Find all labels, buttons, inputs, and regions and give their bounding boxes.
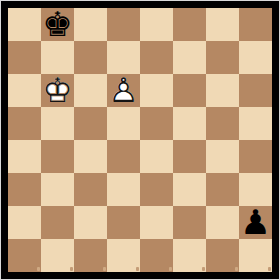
file-mark-d [136,267,139,271]
square-g5[interactable] [206,107,239,140]
square-d7[interactable] [107,41,140,74]
white-king[interactable]: ♚♔ [41,74,74,107]
square-d8[interactable] [107,8,140,41]
square-f5[interactable] [173,107,206,140]
square-h3[interactable] [239,173,272,206]
square-b8[interactable]: ♚ [41,8,74,41]
square-a6[interactable] [8,74,41,107]
square-g2[interactable] [206,206,239,239]
square-h2[interactable]: ♟ [239,206,272,239]
black-pawn-glyph: ♟ [239,206,272,239]
square-a3[interactable] [8,173,41,206]
square-c8[interactable] [74,8,107,41]
white-pawn-glyph: ♙ [107,74,140,107]
square-g1[interactable] [206,239,239,272]
white-king-glyph: ♔ [41,74,74,107]
square-b1[interactable] [41,239,74,272]
square-d6[interactable]: ♟♙ [107,74,140,107]
square-c4[interactable] [74,140,107,173]
square-h6[interactable] [239,74,272,107]
square-e6[interactable] [140,74,173,107]
square-c7[interactable] [74,41,107,74]
square-h1[interactable] [239,239,272,272]
square-f3[interactable] [173,173,206,206]
square-g6[interactable] [206,74,239,107]
square-e7[interactable] [140,41,173,74]
square-f4[interactable] [173,140,206,173]
square-f6[interactable] [173,74,206,107]
square-g3[interactable] [206,173,239,206]
file-mark-h [268,267,271,271]
square-e1[interactable] [140,239,173,272]
square-h8[interactable] [239,8,272,41]
chess-board: ♚♚♔♟♙♟ [8,8,272,272]
square-d3[interactable] [107,173,140,206]
square-a5[interactable] [8,107,41,140]
file-mark-f [202,267,205,271]
square-c2[interactable] [74,206,107,239]
square-f1[interactable] [173,239,206,272]
black-king[interactable]: ♚ [41,8,74,41]
square-d4[interactable] [107,140,140,173]
square-e4[interactable] [140,140,173,173]
file-mark-c [103,267,106,271]
square-b6[interactable]: ♚♔ [41,74,74,107]
square-g7[interactable] [206,41,239,74]
square-f8[interactable] [173,8,206,41]
square-b7[interactable] [41,41,74,74]
square-h4[interactable] [239,140,272,173]
square-e5[interactable] [140,107,173,140]
file-mark-a [37,267,40,271]
square-a8[interactable] [8,8,41,41]
square-a7[interactable] [8,41,41,74]
board-frame: ♚♚♔♟♙♟ [0,0,280,280]
file-mark-e [169,267,172,271]
square-b2[interactable] [41,206,74,239]
square-e2[interactable] [140,206,173,239]
file-mark-g [235,267,238,271]
file-mark-b [70,267,73,271]
square-b3[interactable] [41,173,74,206]
square-b5[interactable] [41,107,74,140]
square-d1[interactable] [107,239,140,272]
square-h5[interactable] [239,107,272,140]
black-king-glyph: ♚ [41,8,74,41]
square-a2[interactable] [8,206,41,239]
square-f7[interactable] [173,41,206,74]
square-d5[interactable] [107,107,140,140]
square-a4[interactable] [8,140,41,173]
white-pawn[interactable]: ♟♙ [107,74,140,107]
black-pawn[interactable]: ♟ [239,206,272,239]
square-e3[interactable] [140,173,173,206]
square-c1[interactable] [74,239,107,272]
square-c6[interactable] [74,74,107,107]
square-h7[interactable] [239,41,272,74]
square-c3[interactable] [74,173,107,206]
square-e8[interactable] [140,8,173,41]
square-c5[interactable] [74,107,107,140]
square-g4[interactable] [206,140,239,173]
square-g8[interactable] [206,8,239,41]
square-a1[interactable] [8,239,41,272]
square-d2[interactable] [107,206,140,239]
square-b4[interactable] [41,140,74,173]
square-f2[interactable] [173,206,206,239]
